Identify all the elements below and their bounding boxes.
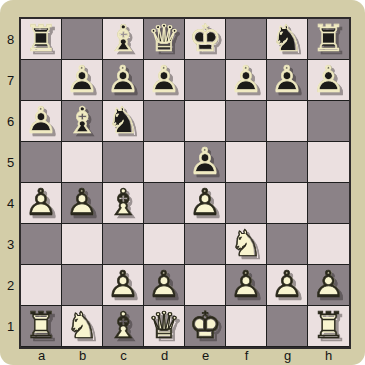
square-d6[interactable] [144, 101, 185, 142]
piece-white-bishop[interactable]: ♝♗ [103, 306, 143, 346]
black-pawn-glyph-outline: ♙ [21, 101, 61, 141]
square-a1[interactable]: ♜♖ [21, 306, 62, 347]
square-a6[interactable]: ♟♙ [21, 101, 62, 142]
square-c5[interactable] [103, 142, 144, 183]
square-h4[interactable] [308, 183, 349, 224]
file-label: f [226, 347, 267, 364]
square-g7[interactable]: ♟♙ [267, 60, 308, 101]
piece-white-pawn[interactable]: ♟♙ [267, 265, 307, 305]
white-pawn-glyph-outline: ♙ [62, 183, 102, 223]
square-e7[interactable] [185, 60, 226, 101]
square-c3[interactable] [103, 224, 144, 265]
square-g4[interactable] [267, 183, 308, 224]
piece-white-king[interactable]: ♚♔ [185, 306, 225, 346]
piece-black-bishop[interactable]: ♝♗ [103, 19, 143, 59]
square-f7[interactable]: ♟♙ [226, 60, 267, 101]
rank-label: 1 [0, 306, 21, 347]
square-d8[interactable]: ♛♕ [144, 19, 185, 60]
square-d1[interactable]: ♛♕ [144, 306, 185, 347]
chess-board: ♜♖♝♗♛♕♚♔♞♘♜♖♟♙♟♙♟♙♟♙♟♙♟♙♟♙♝♗♞♘♟♙♟♙♟♙♝♗♟♙… [19, 17, 351, 349]
white-bishop-glyph-outline: ♗ [103, 183, 143, 223]
rank-label: 8 [0, 19, 21, 60]
piece-white-pawn[interactable]: ♟♙ [103, 265, 143, 305]
square-c6[interactable]: ♞♘ [103, 101, 144, 142]
piece-white-rook[interactable]: ♜♖ [308, 306, 349, 346]
piece-black-rook[interactable]: ♜♖ [308, 19, 349, 59]
black-rook-glyph-outline: ♖ [21, 19, 61, 59]
piece-black-pawn[interactable]: ♟♙ [267, 60, 307, 100]
square-a7[interactable] [21, 60, 62, 101]
square-f2[interactable]: ♟♙ [226, 265, 267, 306]
square-a4[interactable]: ♟♙ [21, 183, 62, 224]
piece-white-pawn[interactable]: ♟♙ [226, 265, 266, 305]
piece-black-pawn[interactable]: ♟♙ [226, 60, 266, 100]
piece-white-pawn[interactable]: ♟♙ [185, 183, 225, 223]
square-a8[interactable]: ♜♖ [21, 19, 62, 60]
square-f5[interactable] [226, 142, 267, 183]
square-a2[interactable] [21, 265, 62, 306]
black-knight-glyph-outline: ♘ [267, 19, 307, 59]
square-h2[interactable]: ♟♙ [308, 265, 349, 306]
square-g3[interactable] [267, 224, 308, 265]
square-g8[interactable]: ♞♘ [267, 19, 308, 60]
file-label: e [185, 347, 226, 364]
file-label: c [103, 347, 144, 364]
square-f4[interactable] [226, 183, 267, 224]
black-pawn-glyph-outline: ♙ [267, 60, 307, 100]
square-b8[interactable] [62, 19, 103, 60]
square-b7[interactable]: ♟♙ [62, 60, 103, 101]
square-c4[interactable]: ♝♗ [103, 183, 144, 224]
square-e1[interactable]: ♚♔ [185, 306, 226, 347]
piece-white-pawn[interactable]: ♟♙ [62, 183, 102, 223]
square-a3[interactable] [21, 224, 62, 265]
piece-white-pawn[interactable]: ♟♙ [144, 265, 184, 305]
rank-label: 5 [0, 142, 21, 183]
square-c7[interactable]: ♟♙ [103, 60, 144, 101]
file-label: h [308, 347, 349, 364]
square-d5[interactable] [144, 142, 185, 183]
black-pawn-glyph-outline: ♙ [308, 60, 349, 100]
square-h8[interactable]: ♜♖ [308, 19, 349, 60]
square-b2[interactable] [62, 265, 103, 306]
square-b6[interactable]: ♝♗ [62, 101, 103, 142]
square-d2[interactable]: ♟♙ [144, 265, 185, 306]
piece-black-knight[interactable]: ♞♘ [267, 19, 307, 59]
square-g6[interactable] [267, 101, 308, 142]
white-pawn-glyph-outline: ♙ [21, 183, 61, 223]
piece-white-pawn[interactable]: ♟♙ [308, 265, 349, 305]
piece-white-pawn[interactable]: ♟♙ [21, 183, 61, 223]
piece-black-queen[interactable]: ♛♕ [144, 19, 184, 59]
square-e8[interactable]: ♚♔ [185, 19, 226, 60]
file-label: b [62, 347, 103, 364]
file-labels: a b c d e f g h [21, 347, 349, 364]
white-pawn-glyph-outline: ♙ [103, 265, 143, 305]
square-e6[interactable] [185, 101, 226, 142]
square-b3[interactable] [62, 224, 103, 265]
square-c8[interactable]: ♝♗ [103, 19, 144, 60]
square-e4[interactable]: ♟♙ [185, 183, 226, 224]
piece-black-bishop[interactable]: ♝♗ [62, 101, 102, 141]
piece-black-pawn[interactable]: ♟♙ [185, 142, 225, 182]
square-f3[interactable]: ♞♘ [226, 224, 267, 265]
square-d7[interactable]: ♟♙ [144, 60, 185, 101]
piece-black-pawn[interactable]: ♟♙ [103, 60, 143, 100]
square-g2[interactable]: ♟♙ [267, 265, 308, 306]
white-pawn-glyph-outline: ♙ [267, 265, 307, 305]
white-knight-glyph-outline: ♘ [62, 306, 102, 346]
black-queen-glyph-outline: ♕ [144, 19, 184, 59]
rank-label: 2 [0, 265, 21, 306]
white-knight-glyph-outline: ♘ [226, 224, 266, 264]
square-f8[interactable] [226, 19, 267, 60]
square-h3[interactable] [308, 224, 349, 265]
white-pawn-glyph-outline: ♙ [308, 265, 349, 305]
white-pawn-glyph-outline: ♙ [144, 265, 184, 305]
square-h5[interactable] [308, 142, 349, 183]
black-pawn-glyph-outline: ♙ [144, 60, 184, 100]
file-label: d [144, 347, 185, 364]
piece-white-rook[interactable]: ♜♖ [21, 306, 61, 346]
rank-label: 7 [0, 60, 21, 101]
white-queen-glyph-outline: ♕ [144, 306, 184, 346]
white-rook-glyph-outline: ♖ [21, 306, 61, 346]
piece-black-knight[interactable]: ♞♘ [103, 101, 143, 141]
black-pawn-glyph-outline: ♙ [103, 60, 143, 100]
white-king-glyph-outline: ♔ [185, 306, 225, 346]
piece-black-pawn[interactable]: ♟♙ [308, 60, 349, 100]
piece-white-queen[interactable]: ♛♕ [144, 306, 184, 346]
white-pawn-glyph-outline: ♙ [226, 265, 266, 305]
piece-black-rook[interactable]: ♜♖ [21, 19, 61, 59]
square-g5[interactable] [267, 142, 308, 183]
white-pawn-glyph-outline: ♙ [185, 183, 225, 223]
piece-white-knight[interactable]: ♞♘ [226, 224, 266, 264]
square-f6[interactable] [226, 101, 267, 142]
black-bishop-glyph-outline: ♗ [62, 101, 102, 141]
square-h1[interactable]: ♜♖ [308, 306, 349, 347]
piece-white-bishop[interactable]: ♝♗ [103, 183, 143, 223]
piece-black-pawn[interactable]: ♟♙ [62, 60, 102, 100]
square-b1[interactable]: ♞♘ [62, 306, 103, 347]
square-e2[interactable] [185, 265, 226, 306]
black-rook-glyph-outline: ♖ [308, 19, 349, 59]
white-rook-glyph-outline: ♖ [308, 306, 349, 346]
rank-label: 4 [0, 183, 21, 224]
piece-black-pawn[interactable]: ♟♙ [144, 60, 184, 100]
black-pawn-glyph-outline: ♙ [185, 142, 225, 182]
black-king-glyph-outline: ♔ [185, 19, 225, 59]
square-d4[interactable] [144, 183, 185, 224]
square-b4[interactable]: ♟♙ [62, 183, 103, 224]
white-bishop-glyph-outline: ♗ [103, 306, 143, 346]
rank-labels: 8 7 6 5 4 3 2 1 [0, 19, 21, 347]
square-e5[interactable]: ♟♙ [185, 142, 226, 183]
square-f1[interactable] [226, 306, 267, 347]
square-c1[interactable]: ♝♗ [103, 306, 144, 347]
piece-white-knight[interactable]: ♞♘ [62, 306, 102, 346]
piece-black-pawn[interactable]: ♟♙ [21, 101, 61, 141]
black-bishop-glyph-outline: ♗ [103, 19, 143, 59]
rank-label: 6 [0, 101, 21, 142]
file-label: g [267, 347, 308, 364]
square-c2[interactable]: ♟♙ [103, 265, 144, 306]
square-a5[interactable] [21, 142, 62, 183]
black-pawn-glyph-outline: ♙ [62, 60, 102, 100]
black-knight-glyph-outline: ♘ [103, 101, 143, 141]
square-g1[interactable] [267, 306, 308, 347]
piece-black-king[interactable]: ♚♔ [185, 19, 225, 59]
file-label: a [21, 347, 62, 364]
square-h6[interactable] [308, 101, 349, 142]
square-h7[interactable]: ♟♙ [308, 60, 349, 101]
rank-label: 3 [0, 224, 21, 265]
square-d3[interactable] [144, 224, 185, 265]
square-e3[interactable] [185, 224, 226, 265]
square-b5[interactable] [62, 142, 103, 183]
black-pawn-glyph-outline: ♙ [226, 60, 266, 100]
